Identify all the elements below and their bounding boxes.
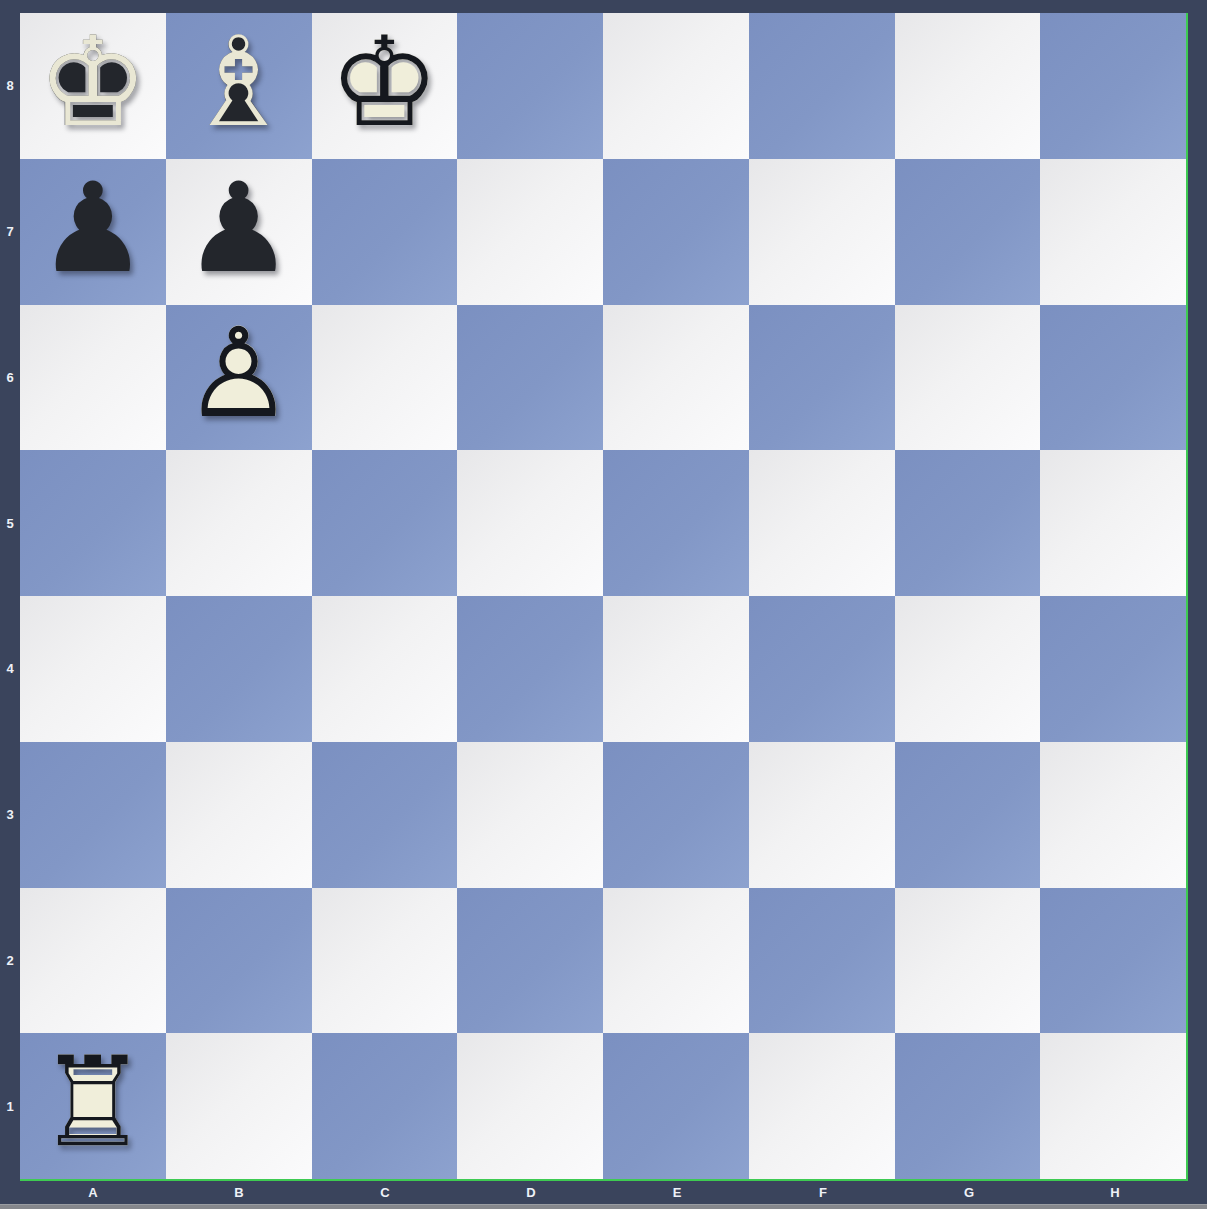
square-e7[interactable] [603, 159, 749, 305]
piece-white-pawn[interactable]: ♟♙ [166, 305, 312, 451]
square-e5[interactable] [603, 450, 749, 596]
square-d1[interactable] [457, 1033, 603, 1179]
rank-label-4: 4 [0, 596, 20, 742]
square-a1[interactable]: ♜♖ [20, 1033, 166, 1179]
square-c2[interactable] [312, 888, 458, 1034]
square-f5[interactable] [749, 450, 895, 596]
square-c1[interactable] [312, 1033, 458, 1179]
rank-label-5: 5 [0, 450, 20, 596]
file-coordinates: A B C D E F G H [20, 1181, 1188, 1204]
square-h8[interactable] [1040, 13, 1186, 159]
square-h7[interactable] [1040, 159, 1186, 305]
file-label-c: C [312, 1181, 458, 1204]
piece-black-pawn[interactable]: ♟ [20, 159, 166, 305]
square-d8[interactable] [457, 13, 603, 159]
square-h5[interactable] [1040, 450, 1186, 596]
file-label-f: F [750, 1181, 896, 1204]
square-a2[interactable] [20, 888, 166, 1034]
file-label-e: E [604, 1181, 750, 1204]
square-e2[interactable] [603, 888, 749, 1034]
file-label-a: A [20, 1181, 166, 1204]
square-b8[interactable]: ♝♗ [166, 13, 312, 159]
black-bishop-glyph: ♝ [183, 20, 294, 144]
black-pawn-glyph: ♟ [183, 166, 294, 290]
black-king-glyph: ♚ [37, 20, 148, 144]
square-c6[interactable] [312, 305, 458, 451]
window-bottom-edge [0, 1204, 1207, 1209]
square-c5[interactable] [312, 450, 458, 596]
square-a3[interactable] [20, 742, 166, 888]
file-label-d: D [458, 1181, 604, 1204]
square-d2[interactable] [457, 888, 603, 1034]
white-pawn-outline: ♙ [183, 311, 294, 435]
square-e4[interactable] [603, 596, 749, 742]
square-h6[interactable] [1040, 305, 1186, 451]
square-f7[interactable] [749, 159, 895, 305]
square-g8[interactable] [895, 13, 1041, 159]
square-d6[interactable] [457, 305, 603, 451]
square-b5[interactable] [166, 450, 312, 596]
square-c3[interactable] [312, 742, 458, 888]
rank-label-1: 1 [0, 1033, 20, 1179]
square-f3[interactable] [749, 742, 895, 888]
rank-label-6: 6 [0, 305, 20, 451]
square-a5[interactable] [20, 450, 166, 596]
square-h4[interactable] [1040, 596, 1186, 742]
file-label-b: B [166, 1181, 312, 1204]
square-b4[interactable] [166, 596, 312, 742]
square-b7[interactable]: ♟ [166, 159, 312, 305]
square-c7[interactable] [312, 159, 458, 305]
square-d4[interactable] [457, 596, 603, 742]
square-c4[interactable] [312, 596, 458, 742]
square-d3[interactable] [457, 742, 603, 888]
square-f1[interactable] [749, 1033, 895, 1179]
white-king-outline: ♔ [329, 20, 440, 144]
square-f8[interactable] [749, 13, 895, 159]
rank-coordinates: 8 7 6 5 4 3 2 1 [0, 13, 20, 1179]
file-label-g: G [896, 1181, 1042, 1204]
black-king-outline: ♔ [37, 20, 148, 144]
square-f6[interactable] [749, 305, 895, 451]
square-a4[interactable] [20, 596, 166, 742]
white-pawn-glyph: ♟ [183, 311, 294, 435]
file-label-h: H [1042, 1181, 1188, 1204]
black-bishop-outline: ♗ [183, 20, 294, 144]
square-b6[interactable]: ♟♙ [166, 305, 312, 451]
rank-label-8: 8 [0, 13, 20, 159]
square-g1[interactable] [895, 1033, 1041, 1179]
square-e3[interactable] [603, 742, 749, 888]
square-g2[interactable] [895, 888, 1041, 1034]
square-e1[interactable] [603, 1033, 749, 1179]
piece-black-king[interactable]: ♚♔ [20, 13, 166, 159]
piece-white-king[interactable]: ♚♔ [312, 13, 458, 159]
square-a8[interactable]: ♚♔ [20, 13, 166, 159]
chess-app-window: ♚♔♝♗♚♔♟♟♟♙♜♖ 8 7 6 5 4 3 2 1 A B C D E F… [0, 0, 1207, 1209]
square-h1[interactable] [1040, 1033, 1186, 1179]
square-h2[interactable] [1040, 888, 1186, 1034]
square-e8[interactable] [603, 13, 749, 159]
square-d7[interactable] [457, 159, 603, 305]
square-e6[interactable] [603, 305, 749, 451]
piece-white-rook[interactable]: ♜♖ [20, 1033, 166, 1179]
square-b2[interactable] [166, 888, 312, 1034]
square-f4[interactable] [749, 596, 895, 742]
black-pawn-glyph: ♟ [37, 166, 148, 290]
square-h3[interactable] [1040, 742, 1186, 888]
white-rook-outline: ♖ [37, 1040, 148, 1164]
square-b1[interactable] [166, 1033, 312, 1179]
square-c8[interactable]: ♚♔ [312, 13, 458, 159]
square-g4[interactable] [895, 596, 1041, 742]
square-g7[interactable] [895, 159, 1041, 305]
white-rook-glyph: ♜ [37, 1040, 148, 1164]
rank-label-3: 3 [0, 742, 20, 888]
square-g3[interactable] [895, 742, 1041, 888]
square-d5[interactable] [457, 450, 603, 596]
square-a6[interactable] [20, 305, 166, 451]
white-king-glyph: ♚ [329, 20, 440, 144]
rank-label-2: 2 [0, 888, 20, 1034]
square-a7[interactable]: ♟ [20, 159, 166, 305]
square-f2[interactable] [749, 888, 895, 1034]
square-g5[interactable] [895, 450, 1041, 596]
chess-board: ♚♔♝♗♚♔♟♟♟♙♜♖ [20, 13, 1188, 1181]
square-g6[interactable] [895, 305, 1041, 451]
piece-black-pawn[interactable]: ♟ [166, 159, 312, 305]
piece-black-bishop[interactable]: ♝♗ [166, 13, 312, 159]
rank-label-7: 7 [0, 159, 20, 305]
square-b3[interactable] [166, 742, 312, 888]
